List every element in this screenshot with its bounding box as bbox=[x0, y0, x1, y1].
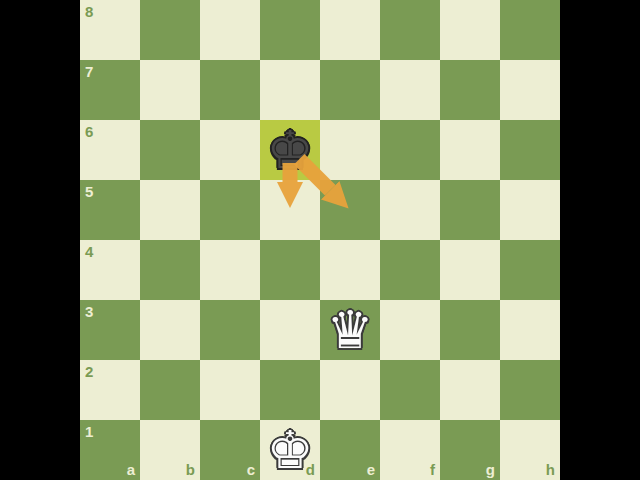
square-c7[interactable] bbox=[200, 60, 260, 120]
square-b1[interactable]: b bbox=[140, 420, 200, 480]
square-d6[interactable]: ♚ bbox=[260, 120, 320, 180]
rank-label-5: 5 bbox=[85, 184, 93, 199]
square-a2[interactable]: 2 bbox=[80, 360, 140, 420]
rank-label-8: 8 bbox=[85, 4, 93, 19]
square-b2[interactable] bbox=[140, 360, 200, 420]
square-h1[interactable]: h bbox=[500, 420, 560, 480]
square-e2[interactable] bbox=[320, 360, 380, 420]
file-label-a: a bbox=[127, 462, 135, 477]
black-king[interactable]: ♚ bbox=[267, 120, 314, 180]
square-c2[interactable] bbox=[200, 360, 260, 420]
rank-label-1: 1 bbox=[85, 424, 93, 439]
square-g1[interactable]: g bbox=[440, 420, 500, 480]
white-king[interactable]: ♚ bbox=[267, 420, 314, 480]
square-d3[interactable] bbox=[260, 300, 320, 360]
square-b3[interactable] bbox=[140, 300, 200, 360]
square-c8[interactable] bbox=[200, 0, 260, 60]
square-f6[interactable] bbox=[380, 120, 440, 180]
square-d4[interactable] bbox=[260, 240, 320, 300]
square-c3[interactable] bbox=[200, 300, 260, 360]
square-d2[interactable] bbox=[260, 360, 320, 420]
square-b5[interactable] bbox=[140, 180, 200, 240]
square-d8[interactable] bbox=[260, 0, 320, 60]
file-label-c: c bbox=[247, 462, 255, 477]
rank-label-2: 2 bbox=[85, 364, 93, 379]
square-c6[interactable] bbox=[200, 120, 260, 180]
square-h3[interactable] bbox=[500, 300, 560, 360]
square-h7[interactable] bbox=[500, 60, 560, 120]
square-a1[interactable]: 1a bbox=[80, 420, 140, 480]
square-a7[interactable]: 7 bbox=[80, 60, 140, 120]
square-e1[interactable]: e bbox=[320, 420, 380, 480]
square-d1[interactable]: d♚ bbox=[260, 420, 320, 480]
square-b6[interactable] bbox=[140, 120, 200, 180]
file-label-g: g bbox=[486, 462, 495, 477]
square-h6[interactable] bbox=[500, 120, 560, 180]
rank-label-6: 6 bbox=[85, 124, 93, 139]
square-f3[interactable] bbox=[380, 300, 440, 360]
file-label-e: e bbox=[367, 462, 375, 477]
square-c5[interactable] bbox=[200, 180, 260, 240]
square-c4[interactable] bbox=[200, 240, 260, 300]
file-label-h: h bbox=[546, 462, 555, 477]
square-e6[interactable] bbox=[320, 120, 380, 180]
square-d5[interactable] bbox=[260, 180, 320, 240]
square-a5[interactable]: 5 bbox=[80, 180, 140, 240]
square-f5[interactable] bbox=[380, 180, 440, 240]
rank-label-7: 7 bbox=[85, 64, 93, 79]
rank-label-3: 3 bbox=[85, 304, 93, 319]
square-e4[interactable] bbox=[320, 240, 380, 300]
square-c1[interactable]: c bbox=[200, 420, 260, 480]
chess-app-stage: 876♚543♛21abcd♚efgh bbox=[0, 0, 640, 480]
chess-board: 876♚543♛21abcd♚efgh bbox=[80, 0, 560, 480]
square-g7[interactable] bbox=[440, 60, 500, 120]
square-a3[interactable]: 3 bbox=[80, 300, 140, 360]
square-g3[interactable] bbox=[440, 300, 500, 360]
square-h4[interactable] bbox=[500, 240, 560, 300]
square-e5[interactable] bbox=[320, 180, 380, 240]
square-h2[interactable] bbox=[500, 360, 560, 420]
rank-label-4: 4 bbox=[85, 244, 93, 259]
square-d7[interactable] bbox=[260, 60, 320, 120]
white-queen[interactable]: ♛ bbox=[327, 300, 374, 360]
square-g4[interactable] bbox=[440, 240, 500, 300]
square-b4[interactable] bbox=[140, 240, 200, 300]
square-a4[interactable]: 4 bbox=[80, 240, 140, 300]
file-label-f: f bbox=[430, 462, 435, 477]
square-g5[interactable] bbox=[440, 180, 500, 240]
square-b7[interactable] bbox=[140, 60, 200, 120]
square-e8[interactable] bbox=[320, 0, 380, 60]
square-f2[interactable] bbox=[380, 360, 440, 420]
square-h8[interactable] bbox=[500, 0, 560, 60]
square-f4[interactable] bbox=[380, 240, 440, 300]
square-f1[interactable]: f bbox=[380, 420, 440, 480]
square-a6[interactable]: 6 bbox=[80, 120, 140, 180]
square-e7[interactable] bbox=[320, 60, 380, 120]
square-a8[interactable]: 8 bbox=[80, 0, 140, 60]
square-e3[interactable]: ♛ bbox=[320, 300, 380, 360]
square-g6[interactable] bbox=[440, 120, 500, 180]
square-b8[interactable] bbox=[140, 0, 200, 60]
square-h5[interactable] bbox=[500, 180, 560, 240]
square-f7[interactable] bbox=[380, 60, 440, 120]
square-g2[interactable] bbox=[440, 360, 500, 420]
square-g8[interactable] bbox=[440, 0, 500, 60]
square-f8[interactable] bbox=[380, 0, 440, 60]
file-label-b: b bbox=[186, 462, 195, 477]
